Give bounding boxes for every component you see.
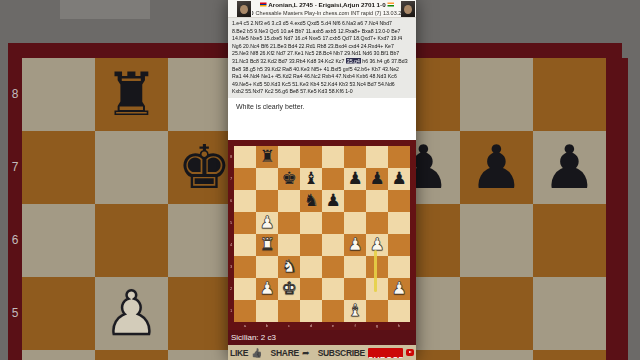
- square-b4: ♜: [256, 234, 278, 256]
- white-rook: ♜: [256, 234, 278, 256]
- square-g2: [366, 278, 388, 300]
- bg-rank-label: 8: [8, 58, 22, 131]
- subscribe-label: SUBSCRIBE: [318, 348, 365, 358]
- bg-square: [22, 204, 95, 277]
- bg-square: [460, 277, 533, 350]
- black-knight: ♞: [300, 190, 322, 212]
- square-h2: ♟: [388, 278, 410, 300]
- bg-square: [533, 350, 606, 360]
- square-h3: [388, 256, 410, 278]
- square-b8: ♜: [256, 146, 278, 168]
- square-a8: [234, 146, 256, 168]
- move-line: 8.Be2 b5 9.Ne3 Qc6 10.a4 Bb7 11.axb5 axb…: [232, 27, 412, 35]
- white-pawn: ♟: [256, 278, 278, 300]
- square-f5: [344, 212, 366, 234]
- chess-board-frame: 87654321 abcdefgh ♜♚♝♟♟♟♞♟♟♜♟♟♞♟♚♟♝: [228, 140, 416, 330]
- square-d1: [300, 300, 322, 322]
- players-line-text: Aronian,L 2745 - Erigaisi,Arjun 2701 1-0: [268, 1, 385, 8]
- move-arrow-g2-g4: [374, 250, 377, 292]
- square-c2: ♚: [278, 278, 300, 300]
- square-d6: ♞: [300, 190, 322, 212]
- bg-square: [460, 350, 533, 360]
- square-e7: [322, 168, 344, 190]
- action-bar: LIKE 👍 SHARE ➦ SUBSCRIBE SUBSCRIBE: [228, 345, 416, 360]
- square-d5: [300, 212, 322, 234]
- bg-square: ♜: [95, 58, 168, 131]
- background-wall-panel: [60, 0, 150, 19]
- opening-caption: Sicilian: 2 c3: [228, 330, 416, 345]
- screenshot-root: ♜♚♟♟♟♟ 8765 Aronian,L 2745 - Erigaisi,Ar…: [0, 0, 640, 360]
- square-h1: [388, 300, 410, 322]
- armenia-flag-icon: [260, 3, 267, 7]
- event-line: B40 Chessable Masters Play-In chess.com …: [252, 9, 402, 17]
- bg-square: [460, 204, 533, 277]
- move-line: 1.e4 c5 2.Nf3 e6 3.c3 d5 4.exd5 Qxd5 5.d…: [232, 20, 412, 28]
- move-line: Kxb2 55.Nxf7 Kc2 56.g6 Be8 57.Ke5 Kd3 58…: [232, 87, 412, 95]
- square-f1: ♝: [344, 300, 366, 322]
- square-g1: [366, 300, 388, 322]
- square-g3: [366, 256, 388, 278]
- square-e6: ♟: [322, 190, 344, 212]
- background-board-frame-left: 8765: [8, 58, 22, 360]
- square-e3: [322, 256, 344, 278]
- square-a1: [234, 300, 256, 322]
- square-f3: [344, 256, 366, 278]
- white-pawn: ♟: [388, 278, 410, 300]
- like-button[interactable]: LIKE: [230, 348, 248, 358]
- bg-square: [22, 350, 95, 360]
- thumbs-up-icon[interactable]: 👍: [251, 348, 262, 358]
- square-f2: [344, 278, 366, 300]
- bg-square: [95, 204, 168, 277]
- square-a5: [234, 212, 256, 234]
- bg-square: [95, 350, 168, 360]
- black-pawn: ♟: [388, 168, 410, 190]
- bg-square: [460, 58, 533, 131]
- square-c3: ♞: [278, 256, 300, 278]
- square-c8: [278, 146, 300, 168]
- move-line: Ng6 20.Nc4 Bf6 21.Be3 Bd4 22.Rd1 Rb8 23.…: [232, 42, 412, 50]
- square-c1: [278, 300, 300, 322]
- eco-code: B40: [252, 10, 254, 16]
- video-strip: Aronian,L 2745 - Erigaisi,Arjun 2701 1-0…: [228, 0, 416, 360]
- square-e8: [322, 146, 344, 168]
- square-g6: [366, 190, 388, 212]
- square-g8: [366, 146, 388, 168]
- black-pawn: ♟: [366, 168, 388, 190]
- move-line: 14.Ne5 Nxe5 15.dxe5 Nd7 16.c4 Nxe5 17.cx…: [232, 35, 412, 43]
- bg-rank-label: 7: [8, 131, 22, 204]
- square-d2: [300, 278, 322, 300]
- square-b6: [256, 190, 278, 212]
- white-bishop: ♝: [344, 300, 366, 322]
- square-e2: [322, 278, 344, 300]
- square-a6: [234, 190, 256, 212]
- square-c4: [278, 234, 300, 256]
- subscribe-button[interactable]: SUBSCRIBE: [368, 348, 403, 358]
- square-b5: ♟: [256, 212, 278, 234]
- bg-rank-label: 5: [8, 277, 22, 350]
- move-line: 49.Ne5+ Kd5 50.Kd3 Kc5 51.Ke3 Kb4 52.Kd4…: [232, 80, 412, 88]
- square-h6: [388, 190, 410, 212]
- square-h8: [388, 146, 410, 168]
- square-d3: [300, 256, 322, 278]
- square-d7: ♝: [300, 168, 322, 190]
- file-labels: abcdefgh: [234, 322, 410, 330]
- highlighted-move[interactable]: 35.g4: [346, 58, 361, 64]
- square-a2: [234, 278, 256, 300]
- bg-square: [95, 131, 168, 204]
- square-c7: ♚: [278, 168, 300, 190]
- square-b3: [256, 256, 278, 278]
- square-f8: [344, 146, 366, 168]
- bg-square: ♟: [460, 131, 533, 204]
- move-line: 31.Nc3 Bc8 32.Kd2 Bd7 33.Rb4 Kd8 34.Kc2 …: [232, 57, 412, 65]
- square-f4: ♟: [344, 234, 366, 256]
- header-text: Aronian,L 2745 - Erigaisi,Arjun 2701 1-0…: [252, 0, 402, 18]
- bg-square: [533, 277, 606, 350]
- square-a4: [234, 234, 256, 256]
- black-player-photo: [401, 1, 415, 17]
- black-bishop: ♝: [300, 168, 322, 190]
- share-button[interactable]: SHARE: [271, 348, 299, 358]
- square-h5: [388, 212, 410, 234]
- square-a3: [234, 256, 256, 278]
- move-line: Ra1 44.Nd4 Ne1+ 45.Kd2 Ra4 46.Nc2 Rxb4 4…: [232, 72, 412, 80]
- bg-square: ♟: [533, 131, 606, 204]
- square-e5: [322, 212, 344, 234]
- youtube-icon[interactable]: [406, 349, 414, 356]
- bg-white-pawn: ♟: [95, 277, 168, 350]
- bg-square: [22, 58, 95, 131]
- bg-square: [533, 204, 606, 277]
- bg-square: [22, 131, 95, 204]
- square-g4: ♟: [366, 234, 388, 256]
- bg-black-rook: ♜: [95, 58, 168, 131]
- chess-board: ♜♚♝♟♟♟♞♟♟♜♟♟♞♟♚♟♝: [234, 146, 410, 322]
- event-line-text: Chessable Masters Play-In chess.com INT …: [256, 10, 402, 16]
- move-line: Be8 38.g5 h5 39.Kd2 Ra8 40.Ke3 Nf5+ 41.B…: [232, 65, 412, 73]
- black-rook: ♜: [256, 146, 278, 168]
- bg-square: [533, 58, 606, 131]
- bg-square: [22, 277, 95, 350]
- square-d4: [300, 234, 322, 256]
- square-e4: [322, 234, 344, 256]
- square-g7: ♟: [366, 168, 388, 190]
- square-b7: [256, 168, 278, 190]
- bg-black-pawn: ♟: [533, 131, 606, 204]
- square-b2: ♟: [256, 278, 278, 300]
- game-header: Aronian,L 2745 - Erigaisi,Arjun 2701 1-0…: [228, 0, 416, 18]
- square-h4: [388, 234, 410, 256]
- white-knight: ♞: [278, 256, 300, 278]
- black-pawn: ♟: [322, 190, 344, 212]
- black-pawn: ♟: [344, 168, 366, 190]
- square-c5: [278, 212, 300, 234]
- players-line: Aronian,L 2745 - Erigaisi,Arjun 2701 1-0: [252, 0, 402, 9]
- square-c6: [278, 190, 300, 212]
- move-line: 25.Ne3 Nf8 26.Kf2 Nd7 27.Ke1 Nc5 28.Bc4 …: [232, 50, 412, 58]
- bg-black-pawn: ♟: [460, 131, 533, 204]
- square-b1: [256, 300, 278, 322]
- evaluation-area: White is clearly better.: [228, 98, 416, 140]
- square-h7: ♟: [388, 168, 410, 190]
- bg-rank-label: 6: [8, 204, 22, 277]
- share-arrow-icon[interactable]: ➦: [302, 348, 310, 358]
- white-king: ♚: [278, 278, 300, 300]
- square-f7: ♟: [344, 168, 366, 190]
- square-g5: [366, 212, 388, 234]
- white-pawn: ♟: [256, 212, 278, 234]
- white-pawn: ♟: [366, 234, 388, 256]
- move-list[interactable]: 1.e4 c5 2.Nf3 e6 3.c3 d5 4.exd5 Qxd5 5.d…: [228, 18, 416, 98]
- white-pawn: ♟: [344, 234, 366, 256]
- background-board-frame-right: [606, 58, 628, 360]
- square-e1: [322, 300, 344, 322]
- evaluation-text: White is clearly better.: [228, 98, 416, 115]
- square-f6: [344, 190, 366, 212]
- white-player-photo: [237, 1, 251, 17]
- india-flag-icon: [388, 3, 395, 7]
- square-a7: [234, 168, 256, 190]
- bg-square: ♟: [95, 277, 168, 350]
- square-d8: [300, 146, 322, 168]
- black-king: ♚: [278, 168, 300, 190]
